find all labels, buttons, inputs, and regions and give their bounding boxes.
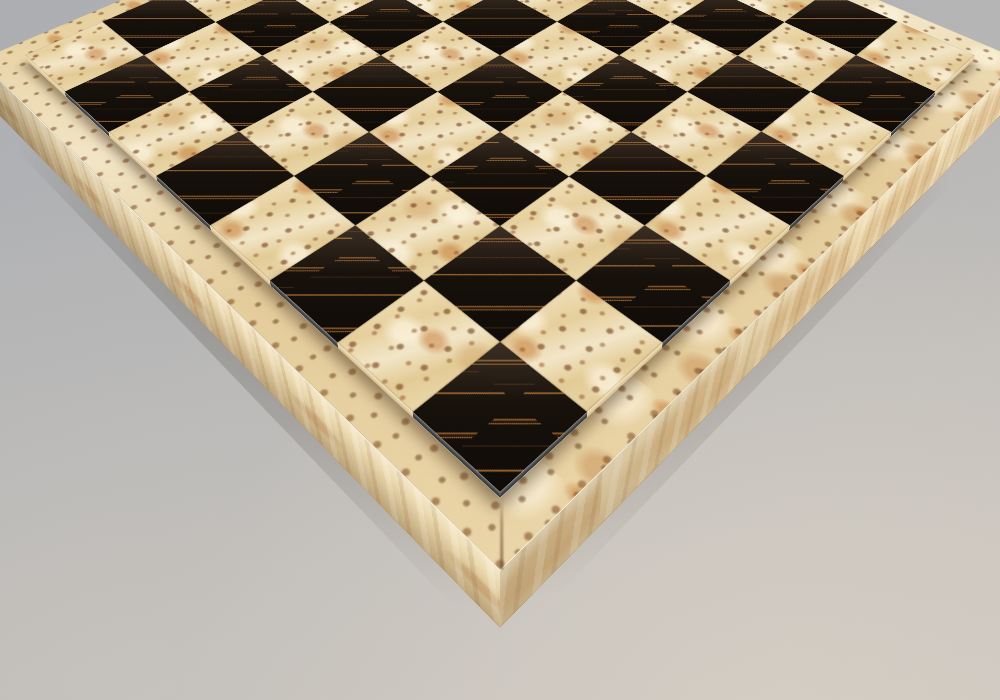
square-dark — [423, 225, 577, 342]
chessboard — [0, 0, 1000, 569]
frame-mitre-seam — [500, 497, 503, 569]
square-light — [369, 92, 500, 176]
square-light — [631, 92, 762, 176]
square-dark — [313, 55, 437, 132]
square-dark — [569, 132, 706, 226]
square-light — [355, 176, 500, 280]
square-dark — [562, 55, 686, 132]
square-dark — [189, 55, 313, 132]
square-dark — [431, 132, 568, 226]
square-light — [500, 92, 631, 176]
square-dark — [294, 132, 431, 226]
square-light — [500, 176, 645, 280]
square-light — [239, 92, 370, 176]
square-dark — [687, 55, 811, 132]
photo-backdrop — [0, 0, 1000, 700]
square-dark — [438, 55, 562, 132]
